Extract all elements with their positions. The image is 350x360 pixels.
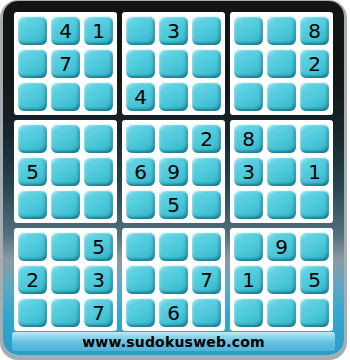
- cell-r5c6[interactable]: [192, 157, 221, 186]
- cell-r6c4[interactable]: [126, 190, 155, 219]
- cell-r8c3[interactable]: 3: [84, 265, 113, 294]
- cell-r4c8[interactable]: [267, 124, 296, 153]
- cell-r4c2[interactable]: [51, 124, 80, 153]
- cell-r2c8[interactable]: [267, 49, 296, 78]
- cell-r5c4[interactable]: 6: [126, 157, 155, 186]
- cell-r5c7[interactable]: 3: [234, 157, 263, 186]
- cell-r9c3[interactable]: 7: [84, 298, 113, 327]
- cell-r3c7[interactable]: [234, 82, 263, 111]
- cell-r4c1[interactable]: [18, 124, 47, 153]
- cell-r7c1[interactable]: [18, 232, 47, 261]
- cell-r1c5[interactable]: 3: [159, 16, 188, 45]
- cell-r1c1[interactable]: [18, 16, 47, 45]
- box-4: 5: [14, 120, 117, 223]
- cell-r8c1[interactable]: 2: [18, 265, 47, 294]
- sudoku-board: 417348252695831523776915: [14, 12, 333, 331]
- cell-r6c6[interactable]: [192, 190, 221, 219]
- cell-r6c9[interactable]: [300, 190, 329, 219]
- cell-r2c7[interactable]: [234, 49, 263, 78]
- cell-r1c9[interactable]: 8: [300, 16, 329, 45]
- cell-r3c5[interactable]: [159, 82, 188, 111]
- cell-r5c2[interactable]: [51, 157, 80, 186]
- box-1: 417: [14, 12, 117, 115]
- cell-r8c5[interactable]: [159, 265, 188, 294]
- cell-r8c2[interactable]: [51, 265, 80, 294]
- box-3: 82: [230, 12, 333, 115]
- cell-r9c4[interactable]: [126, 298, 155, 327]
- cell-r5c9[interactable]: 1: [300, 157, 329, 186]
- cell-r5c3[interactable]: [84, 157, 113, 186]
- cell-r1c3[interactable]: 1: [84, 16, 113, 45]
- board-frame: 417348252695831523776915 www.sudokusweb.…: [3, 1, 344, 355]
- cell-r2c3[interactable]: [84, 49, 113, 78]
- cell-r8c7[interactable]: 1: [234, 265, 263, 294]
- cell-r2c5[interactable]: [159, 49, 188, 78]
- cell-r2c1[interactable]: [18, 49, 47, 78]
- box-6: 831: [230, 120, 333, 223]
- cell-r6c3[interactable]: [84, 190, 113, 219]
- cell-r7c2[interactable]: [51, 232, 80, 261]
- cell-r3c9[interactable]: [300, 82, 329, 111]
- cell-r7c9[interactable]: [300, 232, 329, 261]
- cell-r9c6[interactable]: [192, 298, 221, 327]
- box-2: 34: [122, 12, 225, 115]
- cell-r1c2[interactable]: 4: [51, 16, 80, 45]
- cell-r7c6[interactable]: [192, 232, 221, 261]
- cell-r7c5[interactable]: [159, 232, 188, 261]
- cell-r9c5[interactable]: 6: [159, 298, 188, 327]
- cell-r3c2[interactable]: [51, 82, 80, 111]
- cell-r6c5[interactable]: 5: [159, 190, 188, 219]
- cell-r6c7[interactable]: [234, 190, 263, 219]
- cell-r7c8[interactable]: 9: [267, 232, 296, 261]
- cell-r3c6[interactable]: [192, 82, 221, 111]
- box-8: 76: [122, 228, 225, 331]
- cell-r9c2[interactable]: [51, 298, 80, 327]
- cell-r9c1[interactable]: [18, 298, 47, 327]
- cell-r4c7[interactable]: 8: [234, 124, 263, 153]
- cell-r8c9[interactable]: 5: [300, 265, 329, 294]
- cell-r5c8[interactable]: [267, 157, 296, 186]
- cell-r4c4[interactable]: [126, 124, 155, 153]
- cell-r8c4[interactable]: [126, 265, 155, 294]
- cell-r2c6[interactable]: [192, 49, 221, 78]
- cell-r4c6[interactable]: 2: [192, 124, 221, 153]
- cell-r9c9[interactable]: [300, 298, 329, 327]
- cell-r7c7[interactable]: [234, 232, 263, 261]
- cell-r4c5[interactable]: [159, 124, 188, 153]
- cell-r2c9[interactable]: 2: [300, 49, 329, 78]
- cell-r3c8[interactable]: [267, 82, 296, 111]
- cell-r5c1[interactable]: 5: [18, 157, 47, 186]
- cell-r2c4[interactable]: [126, 49, 155, 78]
- cell-r1c6[interactable]: [192, 16, 221, 45]
- footer-band: www.sudokusweb.com: [12, 332, 335, 351]
- cell-r1c4[interactable]: [126, 16, 155, 45]
- cell-r4c3[interactable]: [84, 124, 113, 153]
- cell-r2c2[interactable]: 7: [51, 49, 80, 78]
- cell-r1c7[interactable]: [234, 16, 263, 45]
- cell-r3c3[interactable]: [84, 82, 113, 111]
- cell-r3c4[interactable]: 4: [126, 82, 155, 111]
- cell-r7c3[interactable]: 5: [84, 232, 113, 261]
- cell-r1c8[interactable]: [267, 16, 296, 45]
- box-5: 2695: [122, 120, 225, 223]
- cell-r9c7[interactable]: [234, 298, 263, 327]
- box-9: 915: [230, 228, 333, 331]
- cell-r7c4[interactable]: [126, 232, 155, 261]
- cell-r5c5[interactable]: 9: [159, 157, 188, 186]
- cell-r6c1[interactable]: [18, 190, 47, 219]
- cell-r9c8[interactable]: [267, 298, 296, 327]
- cell-r8c6[interactable]: 7: [192, 265, 221, 294]
- cell-r8c8[interactable]: [267, 265, 296, 294]
- cell-r6c8[interactable]: [267, 190, 296, 219]
- website-label[interactable]: www.sudokusweb.com: [82, 334, 265, 350]
- cell-r4c9[interactable]: [300, 124, 329, 153]
- box-7: 5237: [14, 228, 117, 331]
- cell-r6c2[interactable]: [51, 190, 80, 219]
- cell-r3c1[interactable]: [18, 82, 47, 111]
